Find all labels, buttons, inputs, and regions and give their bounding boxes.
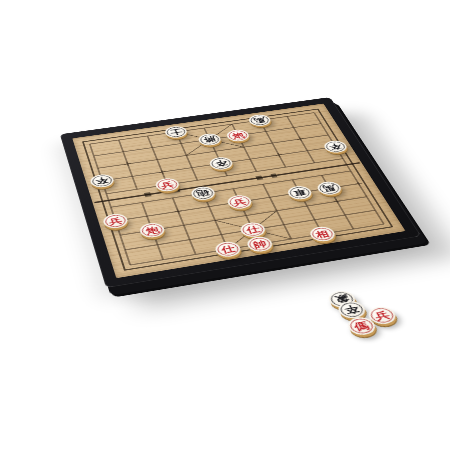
piece-character: 馬 <box>253 117 267 124</box>
piece-character: 仕 <box>245 225 261 234</box>
piece-character: 卒 <box>328 143 343 151</box>
xiangqi-board[interactable]: 士 馬 將 炮 卒 卒 卒 兵 砲 兵 兵 車 馬 炮 仕 仕 帥 相 <box>60 97 421 288</box>
piece-character: 兵 <box>232 198 247 207</box>
piece-character: 相 <box>314 229 331 238</box>
piece-character: 士 <box>169 128 183 136</box>
piece-character: 兵 <box>108 216 123 225</box>
product-photo-background: 士 馬 將 炮 卒 卒 卒 兵 砲 兵 兵 車 馬 炮 仕 仕 帥 相 象 <box>0 0 450 450</box>
piece-character: 兵 <box>373 310 391 321</box>
piece-character: 傌 <box>352 320 370 331</box>
board-surface[interactable]: 士 馬 將 炮 卒 卒 卒 兵 砲 兵 兵 車 馬 炮 仕 仕 帥 相 <box>72 104 405 279</box>
piece-character: 砲 <box>196 189 211 198</box>
piece-character: 馬 <box>321 184 337 193</box>
piece-character: 炮 <box>231 132 245 140</box>
piece-character: 卒 <box>343 304 361 315</box>
table-plane: 士 馬 將 炮 卒 卒 卒 兵 砲 兵 兵 車 馬 炮 仕 仕 帥 相 象 <box>60 73 450 397</box>
piece-character: 將 <box>203 136 217 144</box>
piece-character: 仕 <box>220 244 236 254</box>
piece-character: 炮 <box>144 226 159 235</box>
piece-character: 帥 <box>252 239 268 249</box>
piece-character: 兵 <box>160 181 175 189</box>
piece-character: 卒 <box>214 159 229 167</box>
piece-character: 車 <box>292 188 308 197</box>
piece-character: 卒 <box>95 177 109 185</box>
